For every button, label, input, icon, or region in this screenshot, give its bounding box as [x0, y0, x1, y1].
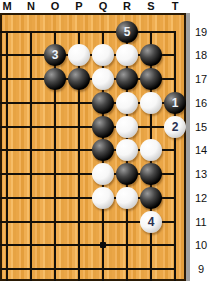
- row-label-13: 13: [190, 167, 212, 181]
- go-board[interactable]: 53124: [0, 13, 186, 281]
- column-labels: MNOPQRST: [0, 0, 212, 13]
- row-label-14: 14: [190, 143, 212, 157]
- stone-R17[interactable]: [116, 68, 138, 90]
- row-label-9: 9: [190, 262, 212, 276]
- stone-Q16[interactable]: [92, 92, 114, 114]
- row-label-15: 15: [190, 120, 212, 134]
- board-edge-top: [0, 13, 186, 15]
- stone-P17[interactable]: [68, 68, 90, 90]
- stone-O17[interactable]: [44, 68, 66, 90]
- row-label-12: 12: [190, 191, 212, 205]
- stone-S18[interactable]: [140, 44, 162, 66]
- move-number: 3: [52, 44, 59, 66]
- board-edge-left: [0, 13, 2, 281]
- column-label-P: P: [71, 0, 87, 13]
- stone-Q14[interactable]: [92, 139, 114, 161]
- go-diagram: MNOPQRST 53124 191817161514131211109: [0, 0, 212, 281]
- column-label-M: M: [0, 0, 15, 13]
- move-number: 5: [124, 21, 131, 43]
- row-labels: 191817161514131211109: [190, 0, 212, 281]
- row-label-16: 16: [190, 96, 212, 110]
- row-label-17: 17: [190, 72, 212, 86]
- grid-row-9: [0, 268, 176, 270]
- stone-S14[interactable]: [140, 139, 162, 161]
- column-label-R: R: [119, 0, 135, 13]
- stone-T15[interactable]: 2: [164, 116, 186, 138]
- column-label-S: S: [143, 0, 159, 13]
- grid-row-15: [0, 126, 176, 128]
- stone-O18[interactable]: 3: [44, 44, 66, 66]
- grid-row-19: [0, 31, 176, 33]
- stone-S17[interactable]: [140, 68, 162, 90]
- stone-Q13[interactable]: [92, 163, 114, 185]
- stone-S13[interactable]: [140, 163, 162, 185]
- stone-S12[interactable]: [140, 187, 162, 209]
- stone-S11[interactable]: 4: [140, 211, 162, 233]
- stone-R13[interactable]: [116, 163, 138, 185]
- stone-R14[interactable]: [116, 139, 138, 161]
- stone-Q15[interactable]: [92, 116, 114, 138]
- column-label-N: N: [23, 0, 39, 13]
- move-number: 1: [172, 92, 179, 114]
- row-label-11: 11: [190, 215, 212, 229]
- grid-row-10: [0, 244, 176, 246]
- move-number: 4: [148, 211, 155, 233]
- row-label-19: 19: [190, 25, 212, 39]
- row-label-10: 10: [190, 238, 212, 252]
- row-label-18: 18: [190, 48, 212, 62]
- stone-P18[interactable]: [68, 44, 90, 66]
- stone-R12[interactable]: [116, 187, 138, 209]
- column-label-Q: Q: [95, 0, 111, 13]
- star-point-Q10: [100, 242, 106, 248]
- stone-R16[interactable]: [116, 92, 138, 114]
- stone-Q12[interactable]: [92, 187, 114, 209]
- move-number: 2: [172, 116, 179, 138]
- stone-T16[interactable]: 1: [164, 92, 186, 114]
- column-label-O: O: [47, 0, 63, 13]
- stone-R18[interactable]: [116, 44, 138, 66]
- stone-Q18[interactable]: [92, 44, 114, 66]
- stone-R19[interactable]: 5: [116, 21, 138, 43]
- stone-R15[interactable]: [116, 116, 138, 138]
- stone-S16[interactable]: [140, 92, 162, 114]
- column-label-T: T: [167, 0, 183, 13]
- stone-Q17[interactable]: [92, 68, 114, 90]
